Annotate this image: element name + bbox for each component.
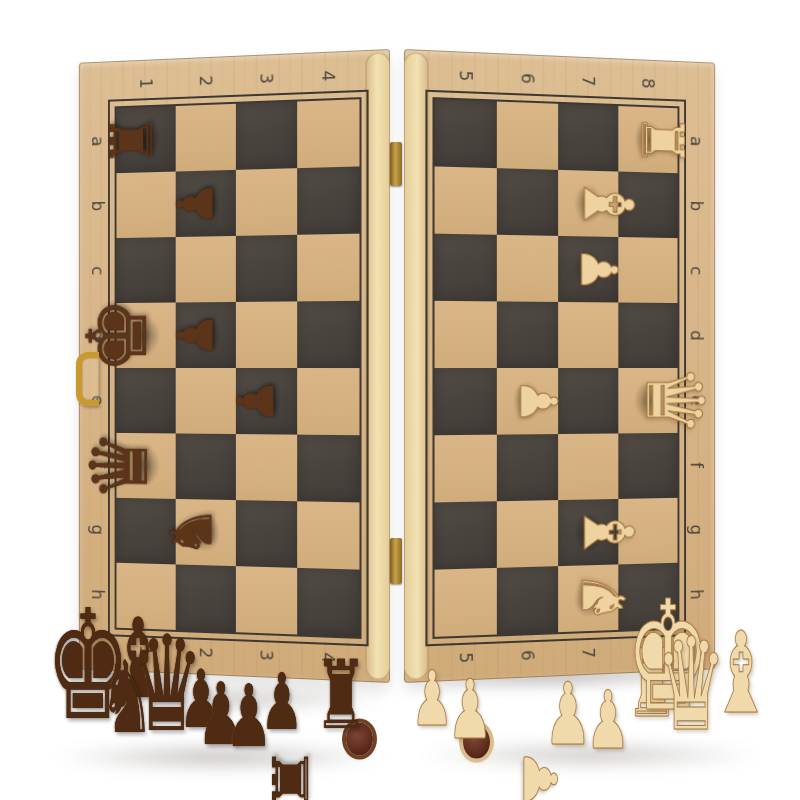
- dark-pawn-d2-icon: ♟: [169, 308, 221, 362]
- file-number-label: 2: [195, 70, 216, 93]
- file-number-label: 7: [578, 642, 599, 665]
- dark-queen-f1-icon: ♛: [78, 422, 161, 510]
- product-photo-scene: 1234 1234 abcdefgh ♜♟♚♟♟♛♞ 5678 5678 abc…: [0, 0, 800, 800]
- file-number-label: 6: [517, 644, 539, 667]
- dark-pawn-e3-icon: ♟: [229, 374, 282, 428]
- file-number-label: 4: [317, 64, 339, 87]
- row-letter-label: b: [686, 195, 707, 217]
- row-letter-label: c: [87, 260, 108, 282]
- standing-light-pawn-icon: ♟: [544, 671, 592, 757]
- file-number-label: 3: [256, 67, 278, 90]
- dark-rook-a1-icon: ♜: [100, 108, 161, 173]
- file-labels-bottom-right: 5678: [404, 49, 715, 63]
- file-number-label: 7: [578, 70, 599, 93]
- row-letters-left: abcdefgh: [79, 49, 390, 63]
- row-letters-right: abcdefgh: [404, 49, 715, 63]
- standing-light-pawn-icon: ♟: [447, 669, 493, 751]
- attached-pieces-right: ♜♝♟♟♛♝♞: [435, 99, 678, 637]
- brass-clasp-icon: [76, 352, 99, 406]
- light-bishop-b7-icon: ♝: [573, 166, 644, 241]
- standing-light-pawn-icon: ♟: [586, 681, 630, 761]
- standing-dark-rook-icon: ♜: [315, 648, 368, 743]
- light-pawn-c7-icon: ♟: [573, 242, 625, 296]
- file-number-label: 1: [135, 72, 156, 95]
- light-pawn-e6-icon: ♟: [512, 374, 565, 428]
- standing-light-queen-icon: ♛: [655, 621, 726, 749]
- row-letter-label: g: [87, 519, 108, 541]
- right-half-fold-edge: [404, 52, 428, 680]
- row-letter-label: g: [686, 519, 707, 541]
- dark-pawn-b2-icon: ♟: [169, 176, 221, 231]
- piece-glyph: ♜: [266, 743, 316, 800]
- dark-knight-g2-icon: ♞: [159, 500, 221, 565]
- light-queen-e8-icon: ♛: [633, 357, 716, 444]
- file-labels-top-left: 1234: [79, 49, 390, 63]
- file-number-label: 5: [455, 64, 477, 87]
- playing-area-right: ♜♝♟♟♛♝♞: [435, 99, 678, 637]
- row-letter-label: d: [686, 325, 707, 347]
- brass-hinge-bottom-icon: [390, 538, 402, 584]
- file-number-label: 6: [517, 67, 539, 90]
- row-letter-label: f: [686, 454, 707, 476]
- brass-hinge-top-icon: [390, 142, 402, 186]
- light-bishop-g7-icon: ♝: [573, 495, 644, 570]
- row-letter-label: c: [686, 260, 707, 282]
- standing-dark-queen-icon: ♛: [130, 618, 203, 750]
- attached-pieces-left: ♜♟♚♟♟♛♞: [116, 99, 359, 637]
- file-labels-top-right: 5678: [404, 49, 715, 63]
- light-rook-a8-icon: ♜: [633, 108, 694, 173]
- standing-dark-pawn-icon: ♟: [225, 673, 273, 759]
- row-letter-label: b: [87, 195, 108, 217]
- file-labels-bottom-left: 1234: [79, 49, 390, 63]
- playing-area-left: ♜♟♚♟♟♛♞: [116, 99, 359, 637]
- file-number-label: 8: [638, 72, 659, 95]
- left-half-fold-edge: [366, 52, 390, 680]
